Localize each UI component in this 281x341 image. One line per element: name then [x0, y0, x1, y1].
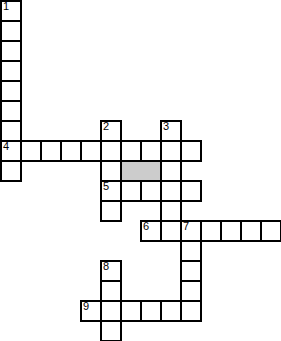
grid-cell-r11c13[interactable] — [260, 220, 281, 242]
grid-cell-r9c8[interactable] — [160, 180, 182, 202]
grid-cell-r6c0[interactable] — [0, 120, 22, 142]
grid-cell-r11c10[interactable] — [200, 220, 222, 242]
grid-cell-r15c7[interactable] — [140, 300, 162, 322]
grid-cell-r8c8[interactable] — [160, 160, 182, 182]
clue-number-6: 6 — [143, 221, 149, 232]
clue-number-3: 3 — [163, 121, 169, 132]
grid-cell-r11c11[interactable] — [220, 220, 242, 242]
grid-cell-r7c1[interactable] — [20, 140, 42, 162]
grid-cell-r1c0[interactable] — [0, 20, 22, 42]
grid-cell-r12c9[interactable] — [180, 240, 202, 262]
clue-number-9: 9 — [83, 301, 89, 312]
grid-cell-r7c5[interactable] — [100, 140, 122, 162]
grid-cell-r14c5[interactable] — [100, 280, 122, 302]
grid-cell-r3c0[interactable] — [0, 60, 22, 82]
clue-number-5: 5 — [103, 181, 109, 192]
grid-cell-r8c0[interactable] — [0, 160, 22, 182]
grid-cell-r7c4[interactable] — [80, 140, 102, 162]
clue-number-4: 4 — [3, 141, 9, 152]
grid-cell-r9c7[interactable] — [140, 180, 162, 202]
clue-number-2: 2 — [103, 121, 109, 132]
grid-cell-r8c5[interactable] — [100, 160, 122, 182]
grid-cell-r4c0[interactable] — [0, 80, 22, 102]
grid-cell-r9c6[interactable] — [120, 180, 142, 202]
grid-cell-r9c9[interactable] — [180, 180, 202, 202]
grid-cell-r10c8[interactable] — [160, 200, 182, 222]
grid-cell-r11c12[interactable] — [240, 220, 262, 242]
grid-cell-r7c3[interactable] — [60, 140, 82, 162]
grid-cell-r10c5[interactable] — [100, 200, 122, 222]
grid-cell-r7c2[interactable] — [40, 140, 62, 162]
crossword-grid: 123456789 — [0, 0, 281, 341]
grid-cell-r13c9[interactable] — [180, 260, 202, 282]
grid-cell-r7c6[interactable] — [120, 140, 142, 162]
clue-number-7: 7 — [183, 221, 189, 232]
clue-number-8: 8 — [103, 261, 109, 272]
grid-cell-r2c0[interactable] — [0, 40, 22, 62]
grid-cell-r15c8[interactable] — [160, 300, 182, 322]
grid-cell-r15c6[interactable] — [120, 300, 142, 322]
clue-number-1: 1 — [3, 1, 9, 12]
shaded-cell[interactable] — [120, 160, 162, 182]
grid-cell-r7c8[interactable] — [160, 140, 182, 162]
grid-cell-r11c8[interactable] — [160, 220, 182, 242]
grid-cell-r7c9[interactable] — [180, 140, 202, 162]
grid-cell-r16c5[interactable] — [100, 320, 122, 341]
grid-cell-r15c9[interactable] — [180, 300, 202, 322]
grid-cell-r5c0[interactable] — [0, 100, 22, 122]
grid-cell-r7c7[interactable] — [140, 140, 162, 162]
grid-cell-r14c9[interactable] — [180, 280, 202, 302]
grid-cell-r15c5[interactable] — [100, 300, 122, 322]
